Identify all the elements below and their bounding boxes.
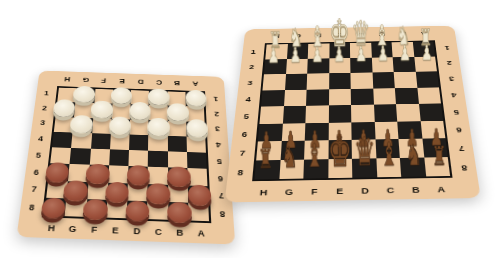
coordinate-label-E: E <box>119 77 125 84</box>
checker-piece-brown <box>40 197 66 219</box>
coordinate-label-4: 4 <box>450 91 456 99</box>
coordinate-label-2: 2 <box>42 104 48 112</box>
checker-piece-brown <box>146 183 170 204</box>
coordinate-label-G: G <box>82 76 89 83</box>
coordinate-label-2: 2 <box>446 59 452 66</box>
coordinate-label-D: D <box>357 31 364 38</box>
checker-piece-brown <box>167 202 191 224</box>
coordinate-label-1: 1 <box>251 47 257 54</box>
coordinate-label-A: A <box>420 30 427 37</box>
coordinate-label-3: 3 <box>40 119 46 127</box>
coordinate-label-2: 2 <box>214 110 219 118</box>
coordinate-label-4: 4 <box>38 135 44 143</box>
chess-piece-brown-king: ♚ <box>319 129 360 173</box>
coordinate-label-B: B <box>174 79 180 86</box>
coordinate-label-C: C <box>156 78 162 85</box>
coordinate-label-4: 4 <box>245 94 251 102</box>
coordinate-label-D: D <box>137 78 143 85</box>
coordinate-label-G: G <box>294 32 301 39</box>
coordinate-label-F: F <box>315 32 320 39</box>
checker-piece-brown <box>82 199 108 221</box>
checker-piece-brown <box>125 200 150 222</box>
coordinate-label-E: E <box>336 31 342 38</box>
checker-piece-brown <box>167 167 191 188</box>
checker-piece-brown <box>63 180 88 201</box>
product-photo-scene: HHGGFFEEDDCCBBAA1122334455667788 HHGGFFE… <box>0 0 498 258</box>
checker-piece-brown <box>44 162 69 183</box>
checker-piece-brown <box>105 182 130 203</box>
coordinate-label-3: 3 <box>448 75 454 83</box>
coordinate-label-A: A <box>192 80 198 87</box>
chess-piece-brown-knight: ♞ <box>400 141 428 171</box>
coordinate-label-H: H <box>273 32 280 39</box>
coordinate-label-1: 1 <box>444 44 450 51</box>
coordinate-label-B: B <box>399 30 406 37</box>
checker-piece-brown <box>126 165 150 186</box>
coordinate-label-1: 1 <box>213 95 218 103</box>
coordinate-label-4: 4 <box>215 141 220 149</box>
coordinate-label-C: C <box>378 31 385 38</box>
checker-piece-brown <box>85 164 110 185</box>
coordinate-label-2: 2 <box>249 62 255 69</box>
chess-piece-brown-rook: ♜ <box>253 146 278 172</box>
chess-board: HHGGFFEEDDCCBBAA1122334455667788 ♜♞♝♚♛♝♞… <box>225 26 481 203</box>
checker-piece-brown <box>188 184 212 205</box>
coordinate-label-1: 1 <box>44 89 50 97</box>
coordinate-label-3: 3 <box>214 125 219 133</box>
coordinate-label-F: F <box>101 77 107 84</box>
checkers-board: HHGGFFEEDDCCBBAA1122334455667788 <box>16 70 235 244</box>
chess-piece-brown-rook: ♜ <box>427 143 452 169</box>
coordinate-label-3: 3 <box>247 78 253 86</box>
coordinate-label-H: H <box>64 75 71 82</box>
